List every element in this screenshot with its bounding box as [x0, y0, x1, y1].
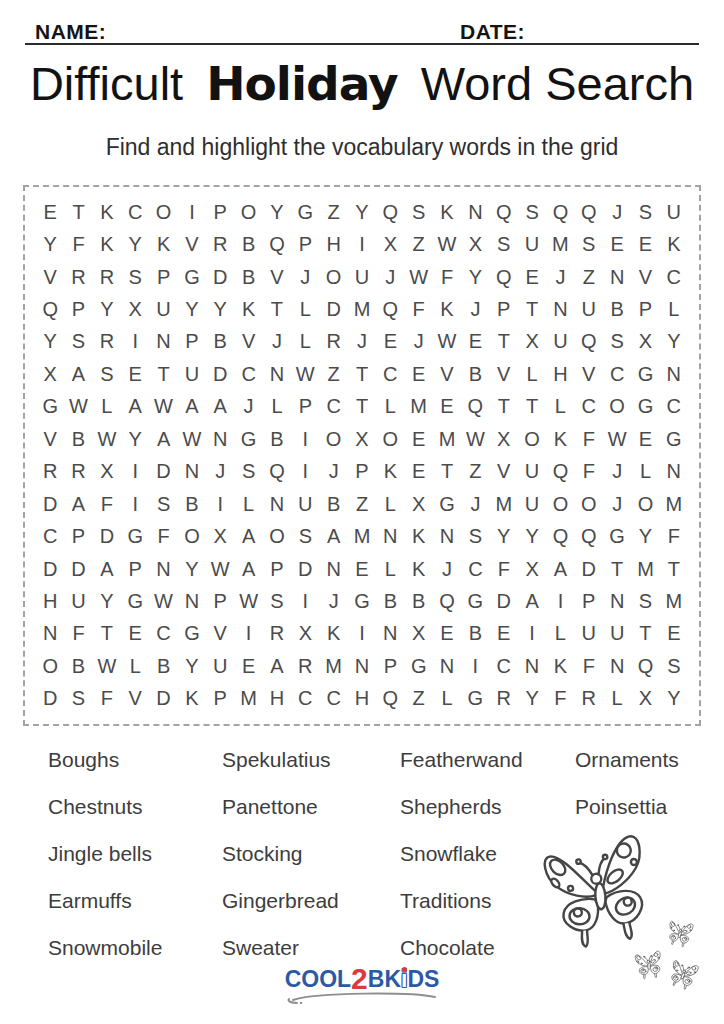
grid-cell-r5c11[interactable]: R — [319, 326, 347, 358]
grid-cell-r7c18[interactable]: T — [518, 391, 546, 423]
grid-cell-r13c6[interactable]: N — [178, 585, 206, 617]
grid-cell-r15c10[interactable]: R — [291, 650, 319, 682]
grid-cell-r11c17[interactable]: Y — [490, 520, 518, 552]
grid-cell-r2c10[interactable]: P — [291, 228, 319, 260]
grid-cell-r1c5[interactable]: O — [149, 196, 177, 228]
grid-cell-r16c22[interactable]: X — [631, 683, 659, 715]
grid-cell-r11c5[interactable]: F — [149, 520, 177, 552]
grid-cell-r3c9[interactable]: V — [263, 261, 291, 293]
grid-cell-r4c22[interactable]: P — [631, 293, 659, 325]
grid-cell-r14c19[interactable]: L — [546, 618, 574, 650]
grid-cell-r11c12[interactable]: M — [348, 520, 376, 552]
grid-cell-r14c8[interactable]: I — [234, 618, 262, 650]
grid-cell-r4c2[interactable]: P — [64, 293, 92, 325]
word-item[interactable]: Snowflake — [400, 830, 523, 877]
grid-cell-r6c4[interactable]: E — [121, 358, 149, 390]
grid-cell-r2c11[interactable]: H — [319, 228, 347, 260]
grid-cell-r16c20[interactable]: R — [575, 683, 603, 715]
grid-cell-r9c19[interactable]: Q — [546, 456, 574, 488]
grid-cell-r5c22[interactable]: X — [631, 326, 659, 358]
grid-cell-r8c16[interactable]: W — [461, 423, 489, 455]
grid-cell-r6c18[interactable]: L — [518, 358, 546, 390]
grid-cell-r7c16[interactable]: Q — [461, 391, 489, 423]
grid-cell-r10c10[interactable]: U — [291, 488, 319, 520]
grid-cell-r12c16[interactable]: C — [461, 553, 489, 585]
grid-cell-r4c1[interactable]: Q — [36, 293, 64, 325]
grid-cell-r9c1[interactable]: R — [36, 456, 64, 488]
grid-cell-r7c15[interactable]: E — [433, 391, 461, 423]
grid-cell-r8c8[interactable]: G — [234, 423, 262, 455]
grid-cell-r3c8[interactable]: B — [234, 261, 262, 293]
grid-cell-r3c4[interactable]: S — [121, 261, 149, 293]
grid-cell-r10c8[interactable]: L — [234, 488, 262, 520]
grid-cell-r6c20[interactable]: V — [575, 358, 603, 390]
grid-cell-r7c9[interactable]: L — [263, 391, 291, 423]
grid-cell-r16c7[interactable]: P — [206, 683, 234, 715]
grid-cell-r11c8[interactable]: A — [234, 520, 262, 552]
grid-cell-r15c19[interactable]: K — [546, 650, 574, 682]
grid-cell-r7c10[interactable]: P — [291, 391, 319, 423]
grid-cell-r5c7[interactable]: B — [206, 326, 234, 358]
word-item[interactable]: Chocolate — [400, 924, 523, 971]
grid-cell-r16c23[interactable]: Y — [660, 683, 688, 715]
grid-cell-r11c21[interactable]: G — [603, 520, 631, 552]
grid-cell-r12c4[interactable]: P — [121, 553, 149, 585]
grid-cell-r7c21[interactable]: O — [603, 391, 631, 423]
grid-cell-r9c20[interactable]: F — [575, 456, 603, 488]
grid-cell-r2c4[interactable]: Y — [121, 228, 149, 260]
grid-cell-r9c23[interactable]: N — [660, 456, 688, 488]
grid-cell-r6c19[interactable]: H — [546, 358, 574, 390]
grid-cell-r4c14[interactable]: F — [405, 293, 433, 325]
grid-cell-r15c4[interactable]: L — [121, 650, 149, 682]
grid-cell-r13c15[interactable]: Q — [433, 585, 461, 617]
word-item[interactable]: Chestnuts — [48, 783, 162, 830]
grid-cell-r13c1[interactable]: H — [36, 585, 64, 617]
grid-cell-r11c6[interactable]: O — [178, 520, 206, 552]
grid-cell-r11c3[interactable]: D — [93, 520, 121, 552]
grid-cell-r1c2[interactable]: T — [64, 196, 92, 228]
grid-cell-r15c15[interactable]: N — [433, 650, 461, 682]
grid-cell-r6c22[interactable]: G — [631, 358, 659, 390]
grid-cell-r12c21[interactable]: T — [603, 553, 631, 585]
word-item[interactable]: Gingerbread — [222, 877, 339, 924]
grid-cell-r4c12[interactable]: M — [348, 293, 376, 325]
grid-cell-r7c22[interactable]: G — [631, 391, 659, 423]
grid-cell-r6c10[interactable]: W — [291, 358, 319, 390]
grid-cell-r9c7[interactable]: J — [206, 456, 234, 488]
grid-cell-r10c17[interactable]: M — [490, 488, 518, 520]
grid-cell-r1c6[interactable]: I — [178, 196, 206, 228]
grid-cell-r16c16[interactable]: G — [461, 683, 489, 715]
grid-cell-r7c1[interactable]: G — [36, 391, 64, 423]
grid-cell-r9c5[interactable]: D — [149, 456, 177, 488]
grid-cell-r13c10[interactable]: I — [291, 585, 319, 617]
grid-cell-r15c12[interactable]: N — [348, 650, 376, 682]
grid-cell-r14c20[interactable]: U — [575, 618, 603, 650]
grid-cell-r11c1[interactable]: C — [36, 520, 64, 552]
grid-cell-r14c18[interactable]: I — [518, 618, 546, 650]
grid-cell-r15c14[interactable]: G — [405, 650, 433, 682]
grid-cell-r11c16[interactable]: S — [461, 520, 489, 552]
grid-cell-r10c2[interactable]: A — [64, 488, 92, 520]
grid-cell-r2c19[interactable]: M — [546, 228, 574, 260]
grid-cell-r15c11[interactable]: M — [319, 650, 347, 682]
grid-cell-r11c20[interactable]: Q — [575, 520, 603, 552]
grid-cell-r4c11[interactable]: D — [319, 293, 347, 325]
grid-cell-r13c4[interactable]: G — [121, 585, 149, 617]
grid-cell-r3c12[interactable]: U — [348, 261, 376, 293]
grid-cell-r9c8[interactable]: S — [234, 456, 262, 488]
grid-cell-r3c10[interactable]: J — [291, 261, 319, 293]
grid-cell-r5c9[interactable]: J — [263, 326, 291, 358]
grid-cell-r3c21[interactable]: N — [603, 261, 631, 293]
grid-cell-r1c15[interactable]: K — [433, 196, 461, 228]
grid-cell-r11c4[interactable]: G — [121, 520, 149, 552]
grid-cell-r4c10[interactable]: L — [291, 293, 319, 325]
grid-cell-r4c18[interactable]: T — [518, 293, 546, 325]
grid-cell-r15c2[interactable]: B — [64, 650, 92, 682]
grid-cell-r13c9[interactable]: S — [263, 585, 291, 617]
grid-cell-r9c16[interactable]: Z — [461, 456, 489, 488]
grid-cell-r11c19[interactable]: Q — [546, 520, 574, 552]
grid-cell-r1c16[interactable]: N — [461, 196, 489, 228]
grid-cell-r13c2[interactable]: U — [64, 585, 92, 617]
grid-cell-r5c2[interactable]: S — [64, 326, 92, 358]
grid-cell-r11c23[interactable]: F — [660, 520, 688, 552]
grid-cell-r12c13[interactable]: L — [376, 553, 404, 585]
grid-cell-r4c17[interactable]: P — [490, 293, 518, 325]
grid-cell-r1c21[interactable]: J — [603, 196, 631, 228]
grid-cell-r16c8[interactable]: M — [234, 683, 262, 715]
grid-cell-r13c17[interactable]: D — [490, 585, 518, 617]
grid-cell-r9c10[interactable]: I — [291, 456, 319, 488]
grid-cell-r13c14[interactable]: B — [405, 585, 433, 617]
grid-cell-r3c22[interactable]: V — [631, 261, 659, 293]
grid-cell-r12c3[interactable]: A — [93, 553, 121, 585]
grid-cell-r5c15[interactable]: W — [433, 326, 461, 358]
grid-cell-r15c17[interactable]: C — [490, 650, 518, 682]
grid-cell-r1c10[interactable]: G — [291, 196, 319, 228]
grid-cell-r1c17[interactable]: Q — [490, 196, 518, 228]
grid-cell-r6c12[interactable]: T — [348, 358, 376, 390]
grid-cell-r9c22[interactable]: L — [631, 456, 659, 488]
grid-cell-r13c22[interactable]: S — [631, 585, 659, 617]
grid-cell-r9c4[interactable]: I — [121, 456, 149, 488]
grid-cell-r8c1[interactable]: V — [36, 423, 64, 455]
grid-cell-r6c3[interactable]: S — [93, 358, 121, 390]
grid-cell-r11c14[interactable]: K — [405, 520, 433, 552]
grid-cell-r1c11[interactable]: Z — [319, 196, 347, 228]
grid-cell-r3c6[interactable]: G — [178, 261, 206, 293]
grid-cell-r16c21[interactable]: L — [603, 683, 631, 715]
grid-cell-r2c1[interactable]: Y — [36, 228, 64, 260]
grid-cell-r4c20[interactable]: U — [575, 293, 603, 325]
grid-cell-r6c9[interactable]: N — [263, 358, 291, 390]
word-item[interactable]: Earmuffs — [48, 877, 162, 924]
grid-cell-r12c14[interactable]: K — [405, 553, 433, 585]
grid-cell-r7c12[interactable]: T — [348, 391, 376, 423]
grid-cell-r11c22[interactable]: Y — [631, 520, 659, 552]
grid-cell-r5c23[interactable]: Y — [660, 326, 688, 358]
grid-cell-r6c13[interactable]: C — [376, 358, 404, 390]
grid-cell-r11c11[interactable]: A — [319, 520, 347, 552]
grid-cell-r3c14[interactable]: W — [405, 261, 433, 293]
grid-cell-r14c7[interactable]: V — [206, 618, 234, 650]
grid-cell-r4c7[interactable]: Y — [206, 293, 234, 325]
grid-cell-r8c14[interactable]: E — [405, 423, 433, 455]
grid-cell-r15c13[interactable]: P — [376, 650, 404, 682]
grid-cell-r3c1[interactable]: V — [36, 261, 64, 293]
grid-cell-r10c21[interactable]: J — [603, 488, 631, 520]
grid-cell-r6c5[interactable]: T — [149, 358, 177, 390]
grid-cell-r16c10[interactable]: C — [291, 683, 319, 715]
grid-cell-r10c18[interactable]: U — [518, 488, 546, 520]
grid-cell-r7c20[interactable]: C — [575, 391, 603, 423]
grid-cell-r8c12[interactable]: X — [348, 423, 376, 455]
grid-cell-r10c15[interactable]: G — [433, 488, 461, 520]
word-item[interactable]: Jingle bells — [48, 830, 162, 877]
grid-cell-r15c7[interactable]: U — [206, 650, 234, 682]
grid-cell-r6c1[interactable]: X — [36, 358, 64, 390]
grid-cell-r12c11[interactable]: N — [319, 553, 347, 585]
grid-cell-r13c3[interactable]: Y — [93, 585, 121, 617]
word-item[interactable]: Ornaments — [575, 736, 679, 783]
grid-cell-r10c1[interactable]: D — [36, 488, 64, 520]
grid-cell-r16c11[interactable]: C — [319, 683, 347, 715]
grid-cell-r10c6[interactable]: B — [178, 488, 206, 520]
grid-cell-r6c8[interactable]: C — [234, 358, 262, 390]
grid-cell-r16c15[interactable]: L — [433, 683, 461, 715]
grid-cell-r14c4[interactable]: E — [121, 618, 149, 650]
grid-cell-r8c10[interactable]: I — [291, 423, 319, 455]
grid-cell-r1c20[interactable]: Q — [575, 196, 603, 228]
grid-cell-r3c5[interactable]: P — [149, 261, 177, 293]
grid-cell-r1c14[interactable]: S — [405, 196, 433, 228]
grid-cell-r1c22[interactable]: S — [631, 196, 659, 228]
grid-cell-r10c23[interactable]: M — [660, 488, 688, 520]
grid-cell-r14c3[interactable]: T — [93, 618, 121, 650]
grid-cell-r8c13[interactable]: O — [376, 423, 404, 455]
grid-cell-r16c18[interactable]: Y — [518, 683, 546, 715]
grid-cell-r3c16[interactable]: Y — [461, 261, 489, 293]
grid-cell-r4c23[interactable]: L — [660, 293, 688, 325]
grid-cell-r5c18[interactable]: X — [518, 326, 546, 358]
grid-cell-r12c15[interactable]: J — [433, 553, 461, 585]
grid-cell-r3c20[interactable]: Z — [575, 261, 603, 293]
grid-cell-r13c19[interactable]: I — [546, 585, 574, 617]
grid-cell-r1c9[interactable]: Y — [263, 196, 291, 228]
grid-cell-r4c3[interactable]: Y — [93, 293, 121, 325]
grid-cell-r8c21[interactable]: W — [603, 423, 631, 455]
grid-cell-r13c23[interactable]: M — [660, 585, 688, 617]
grid-cell-r9c12[interactable]: P — [348, 456, 376, 488]
grid-cell-r15c23[interactable]: S — [660, 650, 688, 682]
grid-cell-r13c5[interactable]: W — [149, 585, 177, 617]
grid-cell-r16c2[interactable]: S — [64, 683, 92, 715]
grid-cell-r1c4[interactable]: C — [121, 196, 149, 228]
word-item[interactable]: Snowmobile — [48, 924, 162, 971]
grid-cell-r4c15[interactable]: K — [433, 293, 461, 325]
grid-cell-r5c3[interactable]: R — [93, 326, 121, 358]
grid-cell-r13c13[interactable]: B — [376, 585, 404, 617]
grid-cell-r1c12[interactable]: Y — [348, 196, 376, 228]
grid-cell-r12c7[interactable]: W — [206, 553, 234, 585]
word-item[interactable]: Shepherds — [400, 783, 523, 830]
grid-cell-r13c8[interactable]: W — [234, 585, 262, 617]
grid-cell-r11c15[interactable]: N — [433, 520, 461, 552]
grid-cell-r14c13[interactable]: N — [376, 618, 404, 650]
word-item[interactable]: Panettone — [222, 783, 339, 830]
grid-cell-r16c19[interactable]: F — [546, 683, 574, 715]
grid-cell-r10c12[interactable]: Z — [348, 488, 376, 520]
grid-cell-r3c23[interactable]: C — [660, 261, 688, 293]
grid-cell-r15c9[interactable]: A — [263, 650, 291, 682]
grid-cell-r7c17[interactable]: T — [490, 391, 518, 423]
grid-cell-r8c4[interactable]: Y — [121, 423, 149, 455]
grid-cell-r10c13[interactable]: L — [376, 488, 404, 520]
grid-cell-r9c14[interactable]: E — [405, 456, 433, 488]
grid-cell-r12c2[interactable]: D — [64, 553, 92, 585]
word-item[interactable]: Poinsettia — [575, 783, 679, 830]
grid-cell-r2c22[interactable]: E — [631, 228, 659, 260]
grid-cell-r4c4[interactable]: X — [121, 293, 149, 325]
grid-cell-r5c1[interactable]: Y — [36, 326, 64, 358]
grid-cell-r10c16[interactable]: J — [461, 488, 489, 520]
grid-cell-r10c22[interactable]: O — [631, 488, 659, 520]
grid-cell-r7c8[interactable]: J — [234, 391, 262, 423]
grid-cell-r4c5[interactable]: U — [149, 293, 177, 325]
word-item[interactable]: Traditions — [400, 877, 523, 924]
grid-cell-r14c14[interactable]: X — [405, 618, 433, 650]
grid-cell-r16c5[interactable]: D — [149, 683, 177, 715]
grid-cell-r12c23[interactable]: T — [660, 553, 688, 585]
grid-cell-r8c15[interactable]: M — [433, 423, 461, 455]
grid-cell-r5c20[interactable]: Q — [575, 326, 603, 358]
grid-cell-r12c8[interactable]: A — [234, 553, 262, 585]
grid-cell-r8c23[interactable]: G — [660, 423, 688, 455]
grid-cell-r5c8[interactable]: V — [234, 326, 262, 358]
grid-cell-r11c7[interactable]: X — [206, 520, 234, 552]
grid-cell-r4c6[interactable]: Y — [178, 293, 206, 325]
grid-cell-r9c13[interactable]: K — [376, 456, 404, 488]
grid-cell-r1c18[interactable]: S — [518, 196, 546, 228]
grid-cell-r4c9[interactable]: T — [263, 293, 291, 325]
grid-cell-r1c8[interactable]: O — [234, 196, 262, 228]
grid-cell-r3c17[interactable]: Q — [490, 261, 518, 293]
grid-cell-r5c13[interactable]: E — [376, 326, 404, 358]
grid-cell-r15c8[interactable]: E — [234, 650, 262, 682]
grid-cell-r5c16[interactable]: E — [461, 326, 489, 358]
grid-cell-r9c3[interactable]: X — [93, 456, 121, 488]
grid-cell-r6c21[interactable]: C — [603, 358, 631, 390]
grid-cell-r14c6[interactable]: G — [178, 618, 206, 650]
grid-cell-r16c13[interactable]: Q — [376, 683, 404, 715]
grid-cell-r7c5[interactable]: W — [149, 391, 177, 423]
grid-cell-r12c18[interactable]: X — [518, 553, 546, 585]
grid-cell-r11c9[interactable]: O — [263, 520, 291, 552]
grid-cell-r15c3[interactable]: W — [93, 650, 121, 682]
grid-cell-r14c2[interactable]: F — [64, 618, 92, 650]
grid-cell-r1c1[interactable]: E — [36, 196, 64, 228]
grid-cell-r10c4[interactable]: I — [121, 488, 149, 520]
grid-cell-r2c5[interactable]: K — [149, 228, 177, 260]
grid-cell-r7c3[interactable]: L — [93, 391, 121, 423]
grid-cell-r15c1[interactable]: O — [36, 650, 64, 682]
grid-cell-r9c9[interactable]: Q — [263, 456, 291, 488]
grid-cell-r8c6[interactable]: W — [178, 423, 206, 455]
grid-cell-r13c20[interactable]: P — [575, 585, 603, 617]
grid-cell-r8c22[interactable]: E — [631, 423, 659, 455]
grid-cell-r8c7[interactable]: N — [206, 423, 234, 455]
grid-cell-r16c4[interactable]: V — [121, 683, 149, 715]
grid-cell-r16c1[interactable]: D — [36, 683, 64, 715]
grid-cell-r16c6[interactable]: K — [178, 683, 206, 715]
grid-cell-r11c2[interactable]: P — [64, 520, 92, 552]
grid-cell-r2c8[interactable]: B — [234, 228, 262, 260]
grid-cell-r12c9[interactable]: P — [263, 553, 291, 585]
grid-cell-r9c2[interactable]: R — [64, 456, 92, 488]
grid-cell-r7c13[interactable]: L — [376, 391, 404, 423]
grid-cell-r13c16[interactable]: G — [461, 585, 489, 617]
word-item[interactable]: Boughs — [48, 736, 162, 783]
grid-cell-r15c22[interactable]: Q — [631, 650, 659, 682]
grid-cell-r6c11[interactable]: Z — [319, 358, 347, 390]
grid-cell-r15c21[interactable]: N — [603, 650, 631, 682]
grid-cell-r9c11[interactable]: J — [319, 456, 347, 488]
grid-cell-r7c23[interactable]: C — [660, 391, 688, 423]
grid-cell-r7c14[interactable]: M — [405, 391, 433, 423]
grid-cell-r3c3[interactable]: R — [93, 261, 121, 293]
grid-cell-r1c13[interactable]: Q — [376, 196, 404, 228]
grid-cell-r5c14[interactable]: J — [405, 326, 433, 358]
grid-cell-r6c17[interactable]: V — [490, 358, 518, 390]
grid-cell-r8c20[interactable]: F — [575, 423, 603, 455]
grid-cell-r6c6[interactable]: U — [178, 358, 206, 390]
word-item[interactable]: Stocking — [222, 830, 339, 877]
grid-cell-r4c16[interactable]: J — [461, 293, 489, 325]
grid-cell-r9c6[interactable]: N — [178, 456, 206, 488]
grid-cell-r5c5[interactable]: N — [149, 326, 177, 358]
grid-cell-r6c16[interactable]: B — [461, 358, 489, 390]
grid-cell-r8c17[interactable]: X — [490, 423, 518, 455]
grid-cell-r2c23[interactable]: K — [660, 228, 688, 260]
grid-cell-r14c21[interactable]: U — [603, 618, 631, 650]
grid-cell-r5c10[interactable]: L — [291, 326, 319, 358]
grid-cell-r13c18[interactable]: A — [518, 585, 546, 617]
grid-cell-r14c11[interactable]: K — [319, 618, 347, 650]
grid-cell-r14c9[interactable]: R — [263, 618, 291, 650]
grid-cell-r10c19[interactable]: O — [546, 488, 574, 520]
grid-cell-r16c17[interactable]: R — [490, 683, 518, 715]
grid-cell-r9c15[interactable]: T — [433, 456, 461, 488]
word-item[interactable]: Sweater — [222, 924, 339, 971]
grid-cell-r2c18[interactable]: U — [518, 228, 546, 260]
grid-cell-r1c23[interactable]: U — [660, 196, 688, 228]
grid-cell-r13c21[interactable]: N — [603, 585, 631, 617]
grid-cell-r13c11[interactable]: J — [319, 585, 347, 617]
grid-cell-r2c6[interactable]: V — [178, 228, 206, 260]
grid-cell-r10c11[interactable]: B — [319, 488, 347, 520]
grid-cell-r3c13[interactable]: J — [376, 261, 404, 293]
grid-cell-r15c16[interactable]: I — [461, 650, 489, 682]
grid-cell-r7c7[interactable]: A — [206, 391, 234, 423]
grid-cell-r5c4[interactable]: I — [121, 326, 149, 358]
grid-cell-r12c12[interactable]: E — [348, 553, 376, 585]
grid-cell-r11c10[interactable]: S — [291, 520, 319, 552]
grid-cell-r2c15[interactable]: W — [433, 228, 461, 260]
grid-cell-r10c14[interactable]: X — [405, 488, 433, 520]
